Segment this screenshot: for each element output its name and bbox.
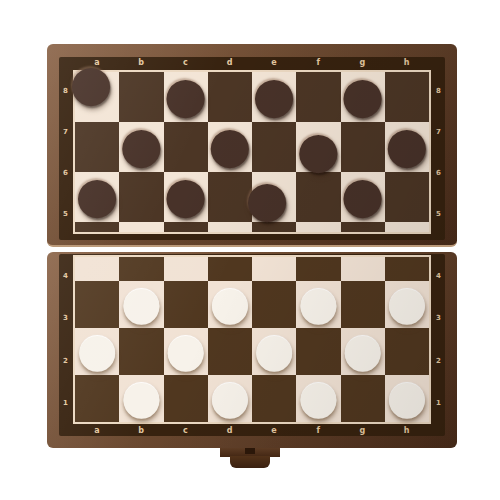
file-label-f: f <box>296 56 340 70</box>
product-photo: abcdefgh 8765 8765 ●●●●●●●●●●●● ●●●●●●●●… <box>0 0 500 500</box>
rank-label-6: 6 <box>58 152 73 193</box>
square-g7[interactable] <box>341 122 385 172</box>
dark-checker[interactable]: ● <box>208 120 252 170</box>
square-g2[interactable]: ● <box>341 328 385 375</box>
rank-label-7: 7 <box>58 111 73 152</box>
square-c2[interactable]: ● <box>164 328 208 375</box>
file-label-e: e <box>252 424 296 438</box>
square-f1[interactable]: ● <box>296 375 340 422</box>
square-g4[interactable] <box>341 257 385 281</box>
square-e3[interactable] <box>252 281 296 328</box>
rank-label-5: 5 <box>431 193 446 234</box>
rank-label-6: 6 <box>431 152 446 193</box>
square-a3[interactable] <box>75 281 119 328</box>
white-checker[interactable]: ● <box>298 373 339 420</box>
dark-checker[interactable]: ● <box>164 170 208 220</box>
square-e1[interactable] <box>252 375 296 422</box>
square-a6[interactable]: ● <box>75 172 119 222</box>
square-a4[interactable] <box>75 257 119 281</box>
square-b3[interactable]: ● <box>119 281 163 328</box>
square-h5[interactable] <box>385 222 429 232</box>
file-labels: abcdefgh <box>75 424 429 438</box>
square-e4[interactable] <box>252 257 296 281</box>
dark-checker[interactable]: ● <box>69 58 113 108</box>
file-label-a: a <box>75 424 119 438</box>
squares-grid: ●●●●●●●●●●●● <box>73 255 431 424</box>
square-d7[interactable]: ● <box>208 122 252 172</box>
square-a7[interactable] <box>75 122 119 172</box>
square-e2[interactable]: ● <box>252 328 296 375</box>
dark-checker[interactable]: ● <box>164 70 208 120</box>
square-f7[interactable]: ● <box>296 122 340 172</box>
square-g8[interactable]: ● <box>341 72 385 122</box>
square-e7[interactable] <box>252 122 296 172</box>
square-c1[interactable] <box>164 375 208 422</box>
dark-checker[interactable]: ● <box>75 170 119 220</box>
rank-labels-left: 4321 <box>58 255 73 424</box>
white-checker[interactable]: ● <box>209 279 250 326</box>
square-h7[interactable]: ● <box>385 122 429 172</box>
rank-label-3: 3 <box>58 297 73 339</box>
square-h8[interactable] <box>385 72 429 122</box>
square-a2[interactable]: ● <box>75 328 119 375</box>
square-h2[interactable] <box>385 328 429 375</box>
dark-checker[interactable]: ● <box>341 70 385 120</box>
file-label-d: d <box>208 56 252 70</box>
square-d3[interactable]: ● <box>208 281 252 328</box>
rank-label-7: 7 <box>431 111 446 152</box>
square-c8[interactable]: ● <box>164 72 208 122</box>
square-f8[interactable] <box>296 72 340 122</box>
clasp-latch-tab <box>230 456 270 468</box>
rank-label-2: 2 <box>431 340 446 382</box>
file-label-h: h <box>385 56 429 70</box>
board-panel-bottom: ●●●●●●●●●●●● 4321 4321 abcdefgh <box>47 252 457 448</box>
dark-checker[interactable]: ● <box>385 120 429 170</box>
rank-label-1: 1 <box>58 382 73 424</box>
square-f3[interactable]: ● <box>296 281 340 328</box>
square-g6[interactable]: ● <box>341 172 385 222</box>
white-checker[interactable]: ● <box>77 326 118 373</box>
dark-checker[interactable]: ● <box>245 174 289 224</box>
square-f6[interactable] <box>296 172 340 222</box>
file-label-g: g <box>341 424 385 438</box>
white-checker[interactable]: ● <box>165 326 206 373</box>
square-b1[interactable]: ● <box>119 375 163 422</box>
dark-checker[interactable]: ● <box>297 125 341 175</box>
square-c3[interactable] <box>164 281 208 328</box>
clasp-notch <box>245 448 255 454</box>
file-label-b: b <box>119 56 163 70</box>
file-label-d: d <box>208 424 252 438</box>
dark-checker[interactable]: ● <box>120 120 164 170</box>
rank-label-2: 2 <box>58 340 73 382</box>
white-checker[interactable]: ● <box>342 326 383 373</box>
square-c4[interactable] <box>164 257 208 281</box>
dark-checker[interactable]: ● <box>341 170 385 220</box>
square-b7[interactable]: ● <box>119 122 163 172</box>
square-d1[interactable]: ● <box>208 375 252 422</box>
square-h1[interactable]: ● <box>385 375 429 422</box>
square-g3[interactable] <box>341 281 385 328</box>
white-checker[interactable]: ● <box>209 373 250 420</box>
rank-labels-right: 4321 <box>431 255 446 424</box>
rank-label-5: 5 <box>58 193 73 234</box>
square-e6[interactable]: ● <box>252 172 296 222</box>
square-d2[interactable] <box>208 328 252 375</box>
white-checker[interactable]: ● <box>121 373 162 420</box>
white-checker[interactable]: ● <box>298 279 339 326</box>
square-c7[interactable] <box>164 122 208 172</box>
square-g1[interactable] <box>341 375 385 422</box>
rank-labels-right: 8765 <box>431 70 446 234</box>
file-label-b: b <box>119 424 163 438</box>
square-a1[interactable] <box>75 375 119 422</box>
square-h3[interactable]: ● <box>385 281 429 328</box>
board-panel-top: abcdefgh 8765 8765 ●●●●●●●●●●●● <box>47 44 457 247</box>
square-b6[interactable] <box>119 172 163 222</box>
white-checker[interactable]: ● <box>254 326 295 373</box>
square-h6[interactable] <box>385 172 429 222</box>
square-b2[interactable] <box>119 328 163 375</box>
rank-label-1: 1 <box>431 382 446 424</box>
square-f2[interactable] <box>296 328 340 375</box>
rank-label-4: 4 <box>431 255 446 297</box>
square-b5[interactable] <box>119 222 163 232</box>
rank-label-3: 3 <box>431 297 446 339</box>
square-c6[interactable]: ● <box>164 172 208 222</box>
file-label-f: f <box>296 424 340 438</box>
square-e8[interactable]: ● <box>252 72 296 122</box>
square-a8[interactable]: ● <box>75 72 119 122</box>
rank-label-4: 4 <box>58 255 73 297</box>
squares-grid: ●●●●●●●●●●●● <box>73 70 431 234</box>
dark-checker[interactable]: ● <box>252 70 296 120</box>
file-label-h: h <box>385 424 429 438</box>
white-checker[interactable]: ● <box>121 279 162 326</box>
file-label-c: c <box>164 424 208 438</box>
white-checker[interactable]: ● <box>386 279 427 326</box>
square-b8[interactable] <box>119 72 163 122</box>
white-checker[interactable]: ● <box>386 373 427 420</box>
square-d8[interactable] <box>208 72 252 122</box>
square-f5[interactable] <box>296 222 340 232</box>
rank-label-8: 8 <box>431 70 446 111</box>
